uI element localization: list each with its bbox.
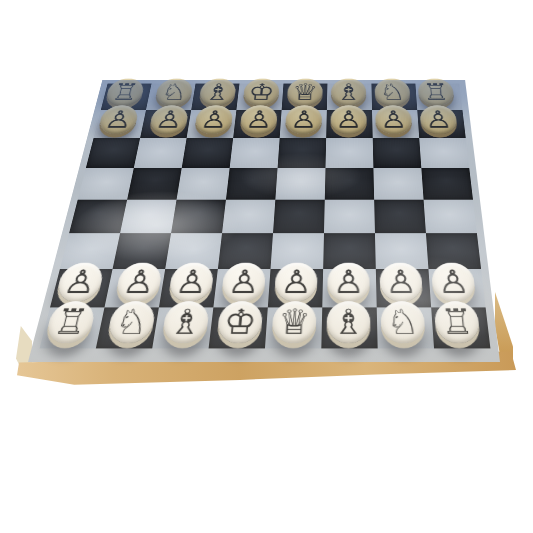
square-a1[interactable]: ♖ (39, 307, 104, 348)
square-f6[interactable] (325, 138, 373, 168)
piece-white-queen[interactable]: ♕ (271, 301, 316, 343)
piece-white-pawn[interactable]: ♙ (327, 263, 370, 302)
square-g4[interactable] (374, 200, 426, 234)
square-a6[interactable] (86, 138, 140, 168)
piece-white-knight[interactable]: ♘ (380, 301, 425, 343)
piece-black-rook[interactable]: ♖ (104, 79, 145, 106)
piece-white-pawn[interactable]: ♙ (114, 263, 163, 302)
square-a5[interactable] (78, 168, 134, 200)
piece-white-bishop[interactable]: ♗ (326, 301, 370, 343)
square-e1[interactable]: ♕ (265, 307, 322, 348)
square-e6[interactable] (278, 138, 327, 168)
square-h5[interactable] (421, 168, 473, 200)
square-g6[interactable] (373, 138, 422, 168)
photo-scene: ♖♘♗♔♕♗♘♖♙♙♙♙♙♙♙♙♙♙♙♙♙♙♙♙♖♘♗♔♕♗♘♖ (0, 0, 533, 533)
square-d6[interactable] (230, 138, 280, 168)
square-b5[interactable] (127, 168, 182, 200)
square-f7[interactable]: ♙ (326, 110, 373, 138)
piece-white-rook[interactable]: ♖ (434, 301, 481, 343)
square-c6[interactable] (182, 138, 233, 168)
square-a7[interactable]: ♙ (94, 110, 146, 138)
piece-white-pawn[interactable]: ♙ (379, 263, 423, 302)
piece-black-pawn[interactable]: ♙ (330, 105, 367, 134)
square-g7[interactable]: ♙ (372, 110, 419, 138)
piece-black-pawn[interactable]: ♙ (97, 105, 140, 134)
piece-black-knight[interactable]: ♘ (374, 79, 410, 106)
square-g5[interactable] (373, 168, 423, 200)
square-h1[interactable]: ♖ (431, 307, 490, 348)
square-d5[interactable] (226, 168, 278, 200)
piece-black-pawn[interactable]: ♙ (239, 105, 278, 134)
chess-board-grid: ♖♘♗♔♕♗♘♖♙♙♙♙♙♙♙♙♙♙♙♙♙♙♙♙♖♘♗♔♕♗♘♖ (39, 84, 490, 349)
square-e5[interactable] (275, 168, 325, 200)
square-f1[interactable]: ♗ (321, 307, 377, 348)
piece-white-knight[interactable]: ♘ (106, 301, 157, 343)
piece-black-pawn[interactable]: ♙ (285, 105, 322, 134)
piece-black-knight[interactable]: ♘ (154, 79, 194, 106)
piece-black-queen[interactable]: ♕ (287, 79, 323, 106)
square-a4[interactable] (69, 200, 127, 234)
piece-black-pawn[interactable]: ♙ (419, 105, 458, 134)
square-b7[interactable]: ♙ (140, 110, 191, 138)
chess-board: ♖♘♗♔♕♗♘♖♙♙♙♙♙♙♙♙♙♙♙♙♙♙♙♙♖♘♗♔♕♗♘♖ (28, 80, 500, 362)
square-g1[interactable]: ♘ (377, 307, 434, 348)
piece-white-king[interactable]: ♔ (216, 301, 263, 343)
piece-white-pawn[interactable]: ♙ (167, 263, 215, 302)
piece-white-pawn[interactable]: ♙ (54, 263, 105, 302)
square-b1[interactable]: ♘ (96, 307, 159, 348)
piece-black-rook[interactable]: ♖ (417, 79, 455, 106)
square-b6[interactable] (134, 138, 187, 168)
square-h7[interactable]: ♙ (417, 110, 466, 138)
square-f4[interactable] (324, 200, 375, 234)
square-b4[interactable] (120, 200, 176, 234)
square-c4[interactable] (171, 200, 226, 234)
square-d4[interactable] (222, 200, 275, 234)
piece-white-pawn[interactable]: ♙ (431, 263, 477, 302)
square-c1[interactable]: ♗ (152, 307, 213, 348)
square-c5[interactable] (177, 168, 230, 200)
piece-black-pawn[interactable]: ♙ (375, 105, 412, 134)
square-h6[interactable] (419, 138, 469, 168)
square-e7[interactable]: ♙ (280, 110, 327, 138)
piece-white-pawn[interactable]: ♙ (221, 263, 267, 302)
piece-black-king[interactable]: ♔ (242, 79, 280, 106)
square-f5[interactable] (325, 168, 374, 200)
square-e4[interactable] (273, 200, 325, 234)
piece-black-bishop[interactable]: ♗ (331, 79, 367, 106)
piece-black-pawn[interactable]: ♙ (194, 105, 234, 134)
square-d1[interactable]: ♔ (209, 307, 268, 348)
square-d7[interactable]: ♙ (233, 110, 281, 138)
piece-black-pawn[interactable]: ♙ (148, 105, 189, 134)
square-h4[interactable] (424, 200, 477, 234)
square-c7[interactable]: ♙ (187, 110, 237, 138)
piece-white-pawn[interactable]: ♙ (274, 263, 318, 302)
piece-black-bishop[interactable]: ♗ (198, 79, 237, 106)
piece-white-rook[interactable]: ♖ (44, 301, 97, 343)
piece-white-bishop[interactable]: ♗ (161, 301, 210, 343)
